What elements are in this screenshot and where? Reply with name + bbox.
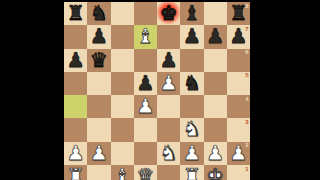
square-b5[interactable]	[87, 72, 110, 95]
square-f8[interactable]: ♝	[180, 2, 203, 25]
piece-white-pawn-a2[interactable]: ♟	[64, 142, 87, 165]
square-g8[interactable]	[204, 2, 227, 25]
square-c8[interactable]	[111, 2, 134, 25]
square-a2[interactable]: ♟	[64, 142, 87, 165]
square-f7[interactable]: ♟	[180, 25, 203, 48]
square-f1[interactable]: ♜	[180, 165, 203, 180]
square-c4[interactable]	[111, 95, 134, 118]
square-b6[interactable]: ♛	[87, 49, 110, 72]
square-h1[interactable]: 1	[227, 165, 250, 180]
rank-label-2: 2	[245, 142, 248, 149]
piece-black-bishop-f8[interactable]: ♝	[180, 2, 203, 25]
rank-label-5: 5	[245, 72, 248, 79]
square-d3[interactable]	[134, 118, 157, 141]
square-d6[interactable]	[134, 49, 157, 72]
square-h6[interactable]: 6	[227, 49, 250, 72]
square-d7[interactable]: ♝	[134, 25, 157, 48]
square-e8[interactable]: ♚	[157, 2, 180, 25]
square-h4[interactable]: 4	[227, 95, 250, 118]
square-a5[interactable]	[64, 72, 87, 95]
rank-label-8: 8	[245, 3, 248, 10]
square-g5[interactable]	[204, 72, 227, 95]
piece-black-pawn-g7[interactable]: ♟	[204, 25, 227, 48]
square-d4[interactable]: ♟	[134, 95, 157, 118]
video-frame: ♜♞♚♝♜8♟♝♟♟♟7♟♛♟6♟♟♞5♟4♞3♟♟♞♟♟♟2♜♝♛♜♚1	[0, 0, 320, 180]
piece-white-pawn-b2[interactable]: ♟	[87, 142, 110, 165]
square-g6[interactable]	[204, 49, 227, 72]
square-h2[interactable]: ♟2	[227, 142, 250, 165]
square-d5[interactable]: ♟	[134, 72, 157, 95]
square-h5[interactable]: 5	[227, 72, 250, 95]
square-g3[interactable]	[204, 118, 227, 141]
square-h3[interactable]: 3	[227, 118, 250, 141]
square-f6[interactable]	[180, 49, 203, 72]
piece-black-rook-a8[interactable]: ♜	[64, 2, 87, 25]
piece-white-king-g1[interactable]: ♚	[204, 165, 227, 180]
square-b1[interactable]	[87, 165, 110, 180]
square-a1[interactable]: ♜	[64, 165, 87, 180]
square-e6[interactable]: ♟	[157, 49, 180, 72]
square-c7[interactable]	[111, 25, 134, 48]
piece-black-queen-b6[interactable]: ♛	[87, 49, 110, 72]
square-e4[interactable]	[157, 95, 180, 118]
piece-white-rook-f1[interactable]: ♜	[180, 165, 203, 180]
square-b7[interactable]: ♟	[87, 25, 110, 48]
square-a3[interactable]	[64, 118, 87, 141]
rank-label-4: 4	[245, 96, 248, 103]
square-c5[interactable]	[111, 72, 134, 95]
piece-black-pawn-d5[interactable]: ♟	[134, 72, 157, 95]
square-d1[interactable]: ♛	[134, 165, 157, 180]
piece-white-pawn-d4[interactable]: ♟	[134, 95, 157, 118]
piece-white-queen-d1[interactable]: ♛	[134, 165, 157, 180]
square-c1[interactable]: ♝	[111, 165, 134, 180]
rank-label-3: 3	[245, 119, 248, 126]
rank-label-1: 1	[245, 166, 248, 173]
square-a4[interactable]	[64, 95, 87, 118]
square-d2[interactable]	[134, 142, 157, 165]
square-c3[interactable]	[111, 118, 134, 141]
square-f5[interactable]: ♞	[180, 72, 203, 95]
piece-white-rook-a1[interactable]: ♜	[64, 165, 87, 180]
chess-board[interactable]: ♜♞♚♝♜8♟♝♟♟♟7♟♛♟6♟♟♞5♟4♞3♟♟♞♟♟♟2♜♝♛♜♚1	[64, 2, 250, 180]
piece-white-pawn-g2[interactable]: ♟	[204, 142, 227, 165]
piece-black-knight-f5[interactable]: ♞	[180, 72, 203, 95]
rank-label-6: 6	[245, 49, 248, 56]
square-g2[interactable]: ♟	[204, 142, 227, 165]
piece-black-pawn-f7[interactable]: ♟	[180, 25, 203, 48]
square-b4[interactable]	[87, 95, 110, 118]
square-e5[interactable]: ♟	[157, 72, 180, 95]
square-b3[interactable]	[87, 118, 110, 141]
square-b2[interactable]: ♟	[87, 142, 110, 165]
square-h8[interactable]: ♜8	[227, 2, 250, 25]
piece-white-bishop-c1[interactable]: ♝	[111, 165, 134, 180]
square-g1[interactable]: ♚	[204, 165, 227, 180]
square-g4[interactable]	[204, 95, 227, 118]
piece-white-knight-f3[interactable]: ♞	[180, 118, 203, 141]
square-b8[interactable]: ♞	[87, 2, 110, 25]
piece-white-knight-e2[interactable]: ♞	[157, 142, 180, 165]
square-f4[interactable]	[180, 95, 203, 118]
piece-white-pawn-e5[interactable]: ♟	[157, 72, 180, 95]
rank-label-7: 7	[245, 26, 248, 33]
square-e7[interactable]	[157, 25, 180, 48]
square-h7[interactable]: ♟7	[227, 25, 250, 48]
piece-black-pawn-b7[interactable]: ♟	[87, 25, 110, 48]
square-a6[interactable]: ♟	[64, 49, 87, 72]
piece-black-king-e8[interactable]: ♚	[157, 2, 180, 25]
square-a8[interactable]: ♜	[64, 2, 87, 25]
square-f3[interactable]: ♞	[180, 118, 203, 141]
piece-black-knight-b8[interactable]: ♞	[87, 2, 110, 25]
piece-white-pawn-f2[interactable]: ♟	[180, 142, 203, 165]
piece-black-pawn-a6[interactable]: ♟	[64, 49, 87, 72]
square-g7[interactable]: ♟	[204, 25, 227, 48]
piece-black-pawn-e6[interactable]: ♟	[157, 49, 180, 72]
square-c6[interactable]	[111, 49, 134, 72]
square-a7[interactable]	[64, 25, 87, 48]
square-e2[interactable]: ♞	[157, 142, 180, 165]
square-e1[interactable]	[157, 165, 180, 180]
square-c2[interactable]	[111, 142, 134, 165]
square-d8[interactable]	[134, 2, 157, 25]
square-f2[interactable]: ♟	[180, 142, 203, 165]
square-e3[interactable]	[157, 118, 180, 141]
piece-white-bishop-d7[interactable]: ♝	[134, 25, 157, 48]
